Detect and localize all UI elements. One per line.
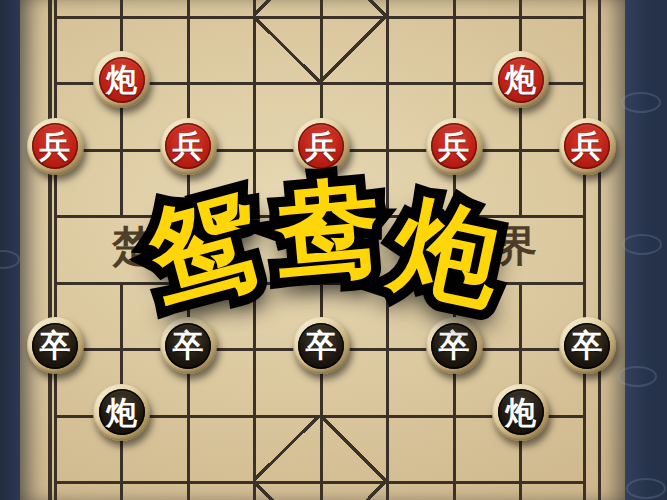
piece-face: 卒: [431, 323, 477, 369]
piece-character: 炮: [505, 397, 536, 428]
grid-cell: [453, 0, 520, 16]
piece-character: 兵: [439, 131, 470, 162]
grid-cell: [187, 0, 254, 16]
piece-black-soldier[interactable]: 卒: [426, 317, 483, 374]
title-char: 鸯: [272, 174, 385, 287]
cloud-swirl-icon: [626, 478, 666, 499]
piece-face: 卒: [298, 323, 344, 369]
grid-cell: [320, 0, 387, 16]
piece-red-cannon[interactable]: 炮: [492, 51, 549, 108]
piece-character: 卒: [306, 330, 337, 361]
grid-cell: [386, 16, 453, 83]
piece-face: 炮: [99, 389, 145, 435]
piece-red-soldier[interactable]: 兵: [559, 118, 616, 175]
cloud-swirl-icon: [622, 234, 662, 255]
piece-face: 兵: [32, 123, 78, 169]
grid-cell: [253, 415, 320, 482]
piece-face: 兵: [298, 123, 344, 169]
piece-face: 兵: [564, 123, 610, 169]
grid-cell: [386, 0, 453, 16]
piece-red-cannon[interactable]: 炮: [93, 51, 150, 108]
piece-black-soldier[interactable]: 卒: [27, 317, 84, 374]
piece-face: 炮: [498, 389, 544, 435]
piece-character: 卒: [40, 330, 71, 361]
cloud-swirl-icon: [0, 250, 20, 269]
piece-face: 卒: [32, 323, 78, 369]
grid-cell: [253, 481, 320, 500]
grid-cell: [187, 16, 254, 83]
piece-red-soldier[interactable]: 兵: [160, 118, 217, 175]
grid-cell: [320, 481, 387, 500]
grid-cell: [519, 0, 586, 16]
grid-cell: [320, 415, 387, 482]
piece-character: 兵: [173, 131, 204, 162]
piece-character: 炮: [106, 64, 137, 95]
cloud-swirl-icon: [617, 366, 657, 387]
grid-cell: [187, 481, 254, 500]
board-border-left: [48, 0, 52, 500]
grid-cell: [54, 481, 121, 500]
board-border-right: [598, 0, 602, 500]
piece-face: 卒: [165, 323, 211, 369]
piece-face: 炮: [498, 57, 544, 103]
grid-cell: [453, 481, 520, 500]
title-char: 炮: [384, 190, 510, 316]
piece-character: 炮: [505, 64, 536, 95]
piece-face: 兵: [431, 123, 477, 169]
grid-cell: [320, 16, 387, 83]
piece-character: 兵: [306, 131, 337, 162]
piece-character: 卒: [439, 330, 470, 361]
grid-cell: [54, 0, 121, 16]
piece-face: 卒: [564, 323, 610, 369]
piece-black-soldier[interactable]: 卒: [293, 317, 350, 374]
grid-cell: [386, 481, 453, 500]
grid-cell: [253, 16, 320, 83]
piece-face: 兵: [165, 123, 211, 169]
piece-red-soldier[interactable]: 兵: [293, 118, 350, 175]
piece-red-soldier[interactable]: 兵: [27, 118, 84, 175]
grid-cell: [386, 415, 453, 482]
piece-character: 兵: [40, 131, 71, 162]
piece-black-cannon[interactable]: 炮: [93, 384, 150, 441]
piece-black-soldier[interactable]: 卒: [160, 317, 217, 374]
piece-character: 卒: [173, 330, 204, 361]
piece-black-cannon[interactable]: 炮: [492, 384, 549, 441]
grid-cell: [253, 0, 320, 16]
piece-red-soldier[interactable]: 兵: [426, 118, 483, 175]
piece-black-soldier[interactable]: 卒: [559, 317, 616, 374]
grid-cell: [120, 481, 187, 500]
piece-character: 炮: [106, 397, 137, 428]
left-letterbox-bar: [0, 0, 20, 500]
piece-face: 炮: [99, 57, 145, 103]
piece-character: 卒: [572, 330, 603, 361]
grid-cell: [54, 215, 121, 282]
grid-cell: [519, 481, 586, 500]
cloud-swirl-icon: [621, 92, 661, 113]
screenshot-stage: 炮炮兵兵兵兵兵卒卒卒卒炮卒炮 楚河汉界 鸳鸯炮: [0, 0, 667, 500]
grid-cell: [187, 415, 254, 482]
grid-cell: [120, 0, 187, 16]
piece-character: 兵: [572, 131, 603, 162]
